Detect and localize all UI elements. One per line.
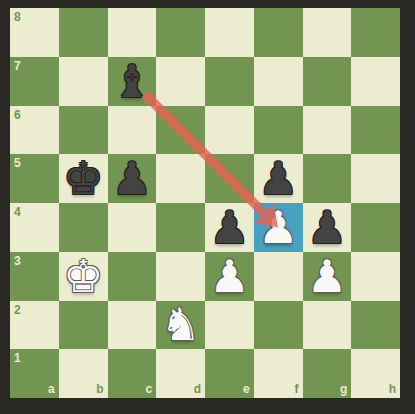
piece-white-pawn-e3[interactable]: ♟ <box>205 252 254 301</box>
piece-white-pawn-g3[interactable]: ♟ <box>303 252 352 301</box>
piece-black-pawn-f5[interactable]: ♟ <box>254 154 303 203</box>
square-b1[interactable]: b <box>59 349 108 398</box>
square-h1[interactable]: h <box>351 349 400 398</box>
chess-board: 87♝65♚♟♟4♟♟♟3♚♟♟2♞1abcdefgh <box>10 8 400 398</box>
square-c5[interactable]: ♟ <box>108 154 157 203</box>
file-label-c: c <box>146 383 153 395</box>
piece-black-pawn-e4[interactable]: ♟ <box>205 203 254 252</box>
square-f8[interactable] <box>254 8 303 57</box>
square-f7[interactable] <box>254 57 303 106</box>
rank-label-8: 8 <box>14 11 21 23</box>
file-label-h: h <box>389 383 396 395</box>
square-a5[interactable]: 5 <box>10 154 59 203</box>
square-h4[interactable] <box>351 203 400 252</box>
square-f2[interactable] <box>254 301 303 350</box>
square-a6[interactable]: 6 <box>10 106 59 155</box>
chess-app-stage: 87♝65♚♟♟4♟♟♟3♚♟♟2♞1abcdefgh <box>0 0 415 414</box>
square-e3[interactable]: ♟ <box>205 252 254 301</box>
piece-black-pawn-g4[interactable]: ♟ <box>303 203 352 252</box>
piece-black-pawn-c5[interactable]: ♟ <box>108 154 157 203</box>
square-b5[interactable]: ♚ <box>59 154 108 203</box>
rank-label-5: 5 <box>14 157 21 169</box>
square-f4[interactable]: ♟ <box>254 203 303 252</box>
file-label-a: a <box>48 383 55 395</box>
square-d7[interactable] <box>156 57 205 106</box>
square-c3[interactable] <box>108 252 157 301</box>
square-d3[interactable] <box>156 252 205 301</box>
file-label-f: f <box>295 383 299 395</box>
square-d2[interactable]: ♞ <box>156 301 205 350</box>
square-f3[interactable] <box>254 252 303 301</box>
square-e2[interactable] <box>205 301 254 350</box>
square-g3[interactable]: ♟ <box>303 252 352 301</box>
square-c6[interactable] <box>108 106 157 155</box>
square-h5[interactable] <box>351 154 400 203</box>
square-e1[interactable]: e <box>205 349 254 398</box>
square-e7[interactable] <box>205 57 254 106</box>
square-a8[interactable]: 8 <box>10 8 59 57</box>
square-e5[interactable] <box>205 154 254 203</box>
square-f1[interactable]: f <box>254 349 303 398</box>
square-d6[interactable] <box>156 106 205 155</box>
square-d4[interactable] <box>156 203 205 252</box>
square-c2[interactable] <box>108 301 157 350</box>
square-e6[interactable] <box>205 106 254 155</box>
square-g7[interactable] <box>303 57 352 106</box>
rank-label-1: 1 <box>14 352 21 364</box>
square-e4[interactable]: ♟ <box>205 203 254 252</box>
square-h6[interactable] <box>351 106 400 155</box>
square-d5[interactable] <box>156 154 205 203</box>
square-h7[interactable] <box>351 57 400 106</box>
square-f6[interactable] <box>254 106 303 155</box>
square-g4[interactable]: ♟ <box>303 203 352 252</box>
square-a2[interactable]: 2 <box>10 301 59 350</box>
square-c8[interactable] <box>108 8 157 57</box>
square-e8[interactable] <box>205 8 254 57</box>
square-b2[interactable] <box>59 301 108 350</box>
square-h3[interactable] <box>351 252 400 301</box>
square-h8[interactable] <box>351 8 400 57</box>
piece-white-pawn-f4[interactable]: ♟ <box>254 203 303 252</box>
square-c7[interactable]: ♝ <box>108 57 157 106</box>
square-b7[interactable] <box>59 57 108 106</box>
square-a4[interactable]: 4 <box>10 203 59 252</box>
piece-black-bishop-c7[interactable]: ♝ <box>108 57 157 106</box>
square-b3[interactable]: ♚ <box>59 252 108 301</box>
square-g2[interactable] <box>303 301 352 350</box>
square-b8[interactable] <box>59 8 108 57</box>
square-a3[interactable]: 3 <box>10 252 59 301</box>
square-h2[interactable] <box>351 301 400 350</box>
rank-label-7: 7 <box>14 60 21 72</box>
rank-label-3: 3 <box>14 255 21 267</box>
rank-label-6: 6 <box>14 109 21 121</box>
square-c1[interactable]: c <box>108 349 157 398</box>
square-g8[interactable] <box>303 8 352 57</box>
square-g5[interactable] <box>303 154 352 203</box>
piece-white-king-b3[interactable]: ♚ <box>59 252 108 301</box>
file-label-g: g <box>340 383 347 395</box>
square-g6[interactable] <box>303 106 352 155</box>
square-d1[interactable]: d <box>156 349 205 398</box>
rank-label-4: 4 <box>14 206 21 218</box>
file-label-b: b <box>96 383 103 395</box>
file-label-e: e <box>243 383 250 395</box>
square-b4[interactable] <box>59 203 108 252</box>
rank-label-2: 2 <box>14 304 21 316</box>
piece-black-king-b5[interactable]: ♚ <box>59 154 108 203</box>
square-b6[interactable] <box>59 106 108 155</box>
square-d8[interactable] <box>156 8 205 57</box>
square-a7[interactable]: 7 <box>10 57 59 106</box>
square-c4[interactable] <box>108 203 157 252</box>
square-a1[interactable]: 1a <box>10 349 59 398</box>
square-f5[interactable]: ♟ <box>254 154 303 203</box>
square-g1[interactable]: g <box>303 349 352 398</box>
piece-white-knight-d2[interactable]: ♞ <box>156 301 205 350</box>
file-label-d: d <box>194 383 201 395</box>
